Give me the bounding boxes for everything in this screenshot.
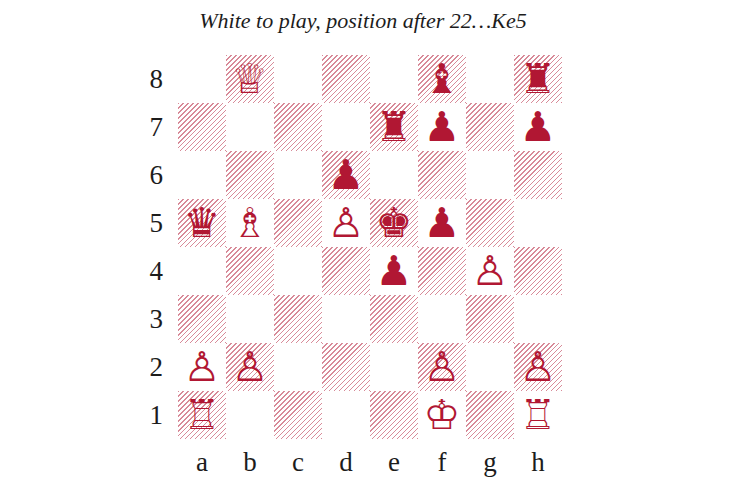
piece-wQ-b8: ♕: [226, 55, 274, 103]
square-d6[interactable]: ♟: [322, 151, 370, 199]
square-c5[interactable]: [274, 199, 322, 247]
square-e7[interactable]: ♜: [370, 103, 418, 151]
square-d2[interactable]: [322, 343, 370, 391]
piece-wR-h1: ♖: [514, 391, 562, 439]
piece-wP-b2: ♙: [226, 343, 274, 391]
chess-board: ♕♝♜♜♟♟♟♛♗♙♚♟♟♙♙♙♙♙♖♔♖: [178, 55, 562, 439]
square-g8[interactable]: [466, 55, 514, 103]
rank-label-3: 3: [138, 295, 170, 343]
square-e6[interactable]: [370, 151, 418, 199]
square-g1[interactable]: [466, 391, 514, 439]
square-a6[interactable]: [178, 151, 226, 199]
square-a2[interactable]: ♙: [178, 343, 226, 391]
square-d8[interactable]: [322, 55, 370, 103]
square-b5[interactable]: ♗: [226, 199, 274, 247]
file-label-g: g: [466, 443, 514, 481]
square-a5[interactable]: ♛: [178, 199, 226, 247]
square-d4[interactable]: [322, 247, 370, 295]
piece-wB-b5: ♗: [226, 199, 274, 247]
square-e4[interactable]: ♟: [370, 247, 418, 295]
piece-wP-d5: ♙: [322, 199, 370, 247]
square-d7[interactable]: [322, 103, 370, 151]
file-labels: abcdefgh: [178, 443, 562, 481]
square-a7[interactable]: [178, 103, 226, 151]
square-c1[interactable]: [274, 391, 322, 439]
square-g4[interactable]: ♙: [466, 247, 514, 295]
square-b3[interactable]: [226, 295, 274, 343]
square-b7[interactable]: [226, 103, 274, 151]
square-e5[interactable]: ♚: [370, 199, 418, 247]
piece-bK-e5: ♚: [370, 199, 418, 247]
piece-bR-e7: ♜: [370, 103, 418, 151]
square-a3[interactable]: [178, 295, 226, 343]
rank-labels: 87654321: [138, 55, 170, 439]
square-d5[interactable]: ♙: [322, 199, 370, 247]
square-g6[interactable]: [466, 151, 514, 199]
piece-bP-f7: ♟: [418, 103, 466, 151]
rank-label-5: 5: [138, 199, 170, 247]
square-f7[interactable]: ♟: [418, 103, 466, 151]
piece-bP-d6: ♟: [322, 151, 370, 199]
square-h8[interactable]: ♜: [514, 55, 562, 103]
square-b2[interactable]: ♙: [226, 343, 274, 391]
square-g5[interactable]: [466, 199, 514, 247]
square-h2[interactable]: ♙: [514, 343, 562, 391]
file-label-h: h: [514, 443, 562, 481]
piece-bP-f5: ♟: [418, 199, 466, 247]
square-c7[interactable]: [274, 103, 322, 151]
piece-wP-h2: ♙: [514, 343, 562, 391]
square-h6[interactable]: [514, 151, 562, 199]
file-label-c: c: [274, 443, 322, 481]
square-e1[interactable]: [370, 391, 418, 439]
square-d3[interactable]: [322, 295, 370, 343]
square-c6[interactable]: [274, 151, 322, 199]
square-f1[interactable]: ♔: [418, 391, 466, 439]
piece-wP-g4: ♙: [466, 247, 514, 295]
diagram-caption: White to play, position after 22…Ke5: [148, 8, 578, 34]
square-h4[interactable]: [514, 247, 562, 295]
square-g2[interactable]: [466, 343, 514, 391]
square-b1[interactable]: [226, 391, 274, 439]
square-c4[interactable]: [274, 247, 322, 295]
piece-bB-f8: ♝: [418, 55, 466, 103]
piece-wR-a1: ♖: [178, 391, 226, 439]
square-e8[interactable]: [370, 55, 418, 103]
file-label-b: b: [226, 443, 274, 481]
square-b8[interactable]: ♕: [226, 55, 274, 103]
piece-bP-h7: ♟: [514, 103, 562, 151]
piece-wK-f1: ♔: [418, 391, 466, 439]
piece-wP-f2: ♙: [418, 343, 466, 391]
square-h1[interactable]: ♖: [514, 391, 562, 439]
file-label-d: d: [322, 443, 370, 481]
square-g3[interactable]: [466, 295, 514, 343]
rank-label-2: 2: [138, 343, 170, 391]
piece-bQ-a5: ♛: [178, 199, 226, 247]
square-e2[interactable]: [370, 343, 418, 391]
square-a4[interactable]: [178, 247, 226, 295]
rank-label-8: 8: [138, 55, 170, 103]
square-a8[interactable]: [178, 55, 226, 103]
square-d1[interactable]: [322, 391, 370, 439]
square-c2[interactable]: [274, 343, 322, 391]
square-b6[interactable]: [226, 151, 274, 199]
square-h5[interactable]: [514, 199, 562, 247]
square-h3[interactable]: [514, 295, 562, 343]
square-g7[interactable]: [466, 103, 514, 151]
square-f2[interactable]: ♙: [418, 343, 466, 391]
square-h7[interactable]: ♟: [514, 103, 562, 151]
square-c3[interactable]: [274, 295, 322, 343]
piece-bR-h8: ♜: [514, 55, 562, 103]
file-label-f: f: [418, 443, 466, 481]
square-f5[interactable]: ♟: [418, 199, 466, 247]
square-f6[interactable]: [418, 151, 466, 199]
piece-wP-a2: ♙: [178, 343, 226, 391]
square-f3[interactable]: [418, 295, 466, 343]
square-f4[interactable]: [418, 247, 466, 295]
file-label-e: e: [370, 443, 418, 481]
square-f8[interactable]: ♝: [418, 55, 466, 103]
square-a1[interactable]: ♖: [178, 391, 226, 439]
square-b4[interactable]: [226, 247, 274, 295]
piece-bP-e4: ♟: [370, 247, 418, 295]
file-label-a: a: [178, 443, 226, 481]
square-e3[interactable]: [370, 295, 418, 343]
rank-label-1: 1: [138, 391, 170, 439]
rank-label-6: 6: [138, 151, 170, 199]
rank-label-4: 4: [138, 247, 170, 295]
rank-label-7: 7: [138, 103, 170, 151]
square-c8[interactable]: [274, 55, 322, 103]
